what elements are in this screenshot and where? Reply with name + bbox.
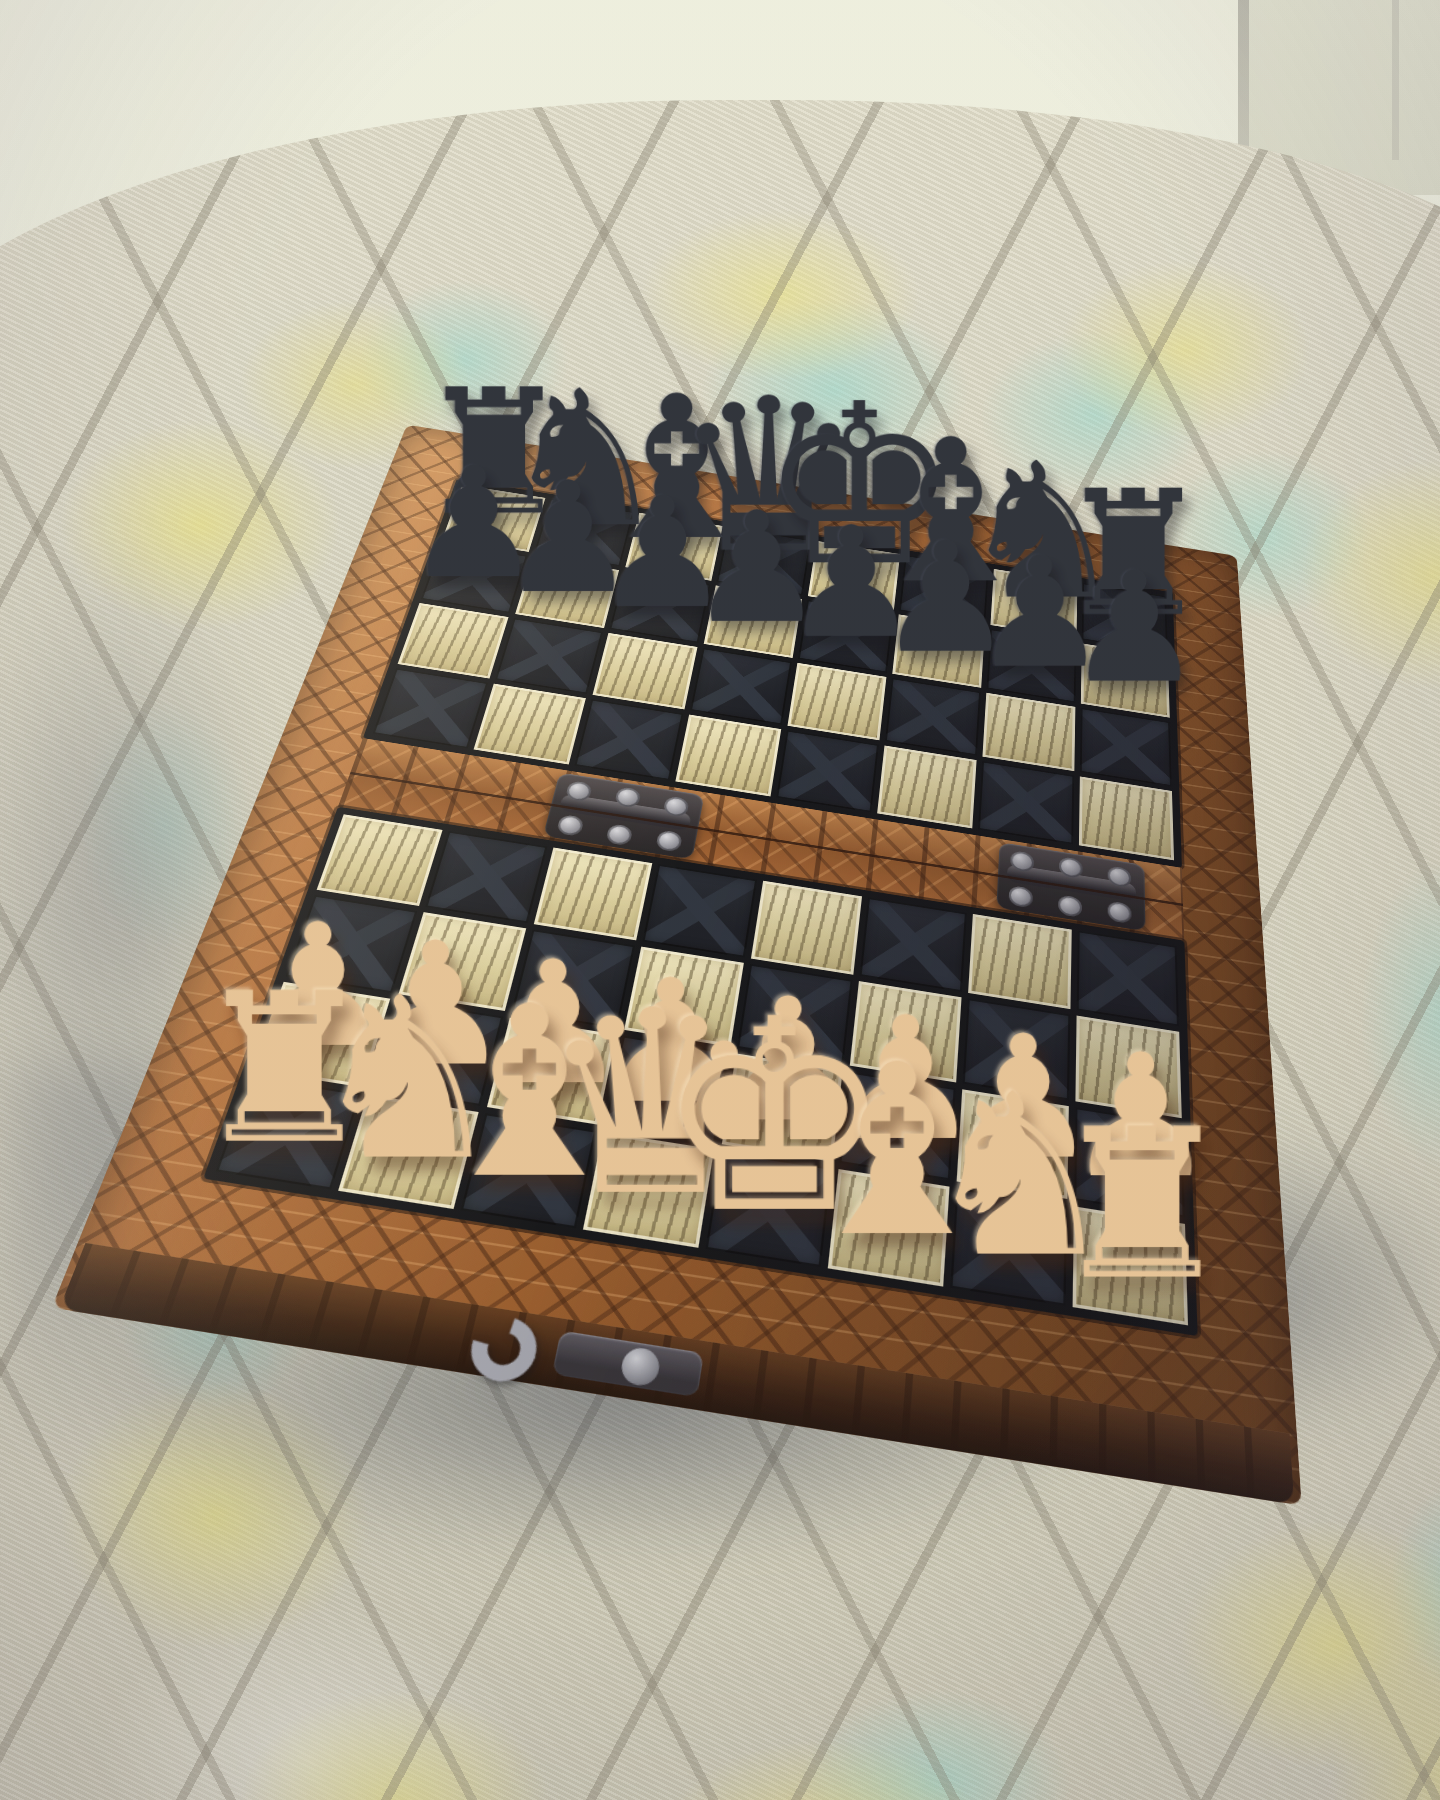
board-tilt-wrapper: ♜♞♝♛♚♝♞♜♟♟♟♟♟♟♟♟♟♟♟♟♟♟♟♟♜♞♝♛♚♝♞♜ [179, 234, 1349, 1478]
door-frame-edge2-icon [1392, 0, 1399, 160]
photo-scene: ♜♞♝♛♚♝♞♜♟♟♟♟♟♟♟♟♟♟♟♟♟♟♟♟♜♞♝♛♚♝♞♜ [0, 0, 1440, 1800]
piece-white-rook-h1[interactable]: ♜ [1049, 1102, 1234, 1309]
